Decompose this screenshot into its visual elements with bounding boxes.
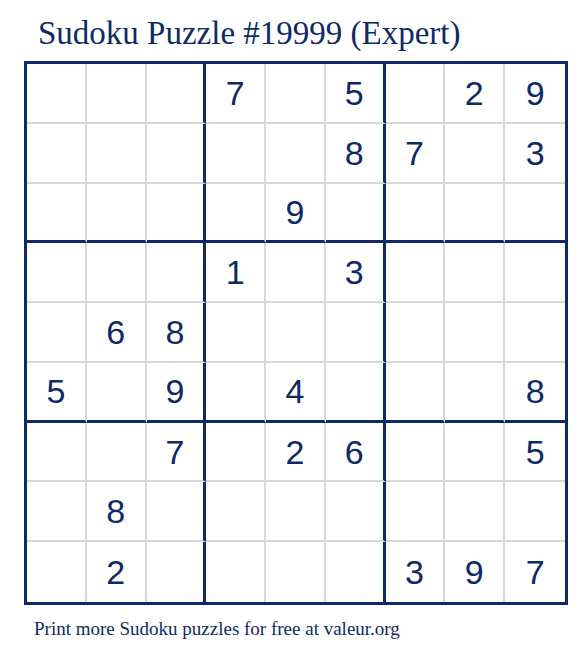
cell-r6c1: 5	[27, 363, 87, 423]
cell-r4c6: 3	[326, 243, 386, 303]
cell-r4c8	[445, 243, 505, 303]
cell-r5c9	[505, 303, 565, 363]
cell-r1c5	[266, 64, 326, 124]
cell-r3c3	[147, 184, 207, 244]
cell-r1c1	[27, 64, 87, 124]
cell-r1c7	[386, 64, 446, 124]
cell-r8c8	[445, 482, 505, 542]
cell-r9c5	[266, 542, 326, 602]
footer-text: Print more Sudoku puzzles for free at va…	[34, 618, 400, 640]
cell-r4c9	[505, 243, 565, 303]
cell-r7c8	[445, 423, 505, 483]
cell-r5c7	[386, 303, 446, 363]
cell-r9c6	[326, 542, 386, 602]
cell-r6c3: 9	[147, 363, 207, 423]
cell-r7c3: 7	[147, 423, 207, 483]
cell-r9c7: 3	[386, 542, 446, 602]
cell-r7c1	[27, 423, 87, 483]
cell-r3c9	[505, 184, 565, 244]
cell-r1c9: 9	[505, 64, 565, 124]
cell-r7c2	[87, 423, 147, 483]
cell-r2c9: 3	[505, 124, 565, 184]
cell-r8c6	[326, 482, 386, 542]
sudoku-board: 7529873913685948726582397	[24, 61, 568, 605]
cell-r6c7	[386, 363, 446, 423]
cell-r4c5	[266, 243, 326, 303]
cell-r1c2	[87, 64, 147, 124]
cell-r6c2	[87, 363, 147, 423]
cell-r8c5	[266, 482, 326, 542]
cell-r5c1	[27, 303, 87, 363]
cell-r5c8	[445, 303, 505, 363]
cell-r8c7	[386, 482, 446, 542]
cell-r4c4: 1	[206, 243, 266, 303]
cell-r7c4	[206, 423, 266, 483]
cell-r8c2: 8	[87, 482, 147, 542]
page-title: Sudoku Puzzle #19999 (Expert)	[38, 15, 461, 51]
cell-r5c4	[206, 303, 266, 363]
cell-r1c8: 2	[445, 64, 505, 124]
cell-r9c1	[27, 542, 87, 602]
cell-r4c2	[87, 243, 147, 303]
cell-r8c9	[505, 482, 565, 542]
cell-r7c6: 6	[326, 423, 386, 483]
cell-r2c2	[87, 124, 147, 184]
cell-r2c3	[147, 124, 207, 184]
cell-r9c3	[147, 542, 207, 602]
cell-r3c4	[206, 184, 266, 244]
cell-r4c7	[386, 243, 446, 303]
cell-r5c6	[326, 303, 386, 363]
cell-r9c4	[206, 542, 266, 602]
cell-r4c1	[27, 243, 87, 303]
cell-r3c2	[87, 184, 147, 244]
cell-r7c9: 5	[505, 423, 565, 483]
cell-r3c5: 9	[266, 184, 326, 244]
cell-r2c4	[206, 124, 266, 184]
cell-r5c2: 6	[87, 303, 147, 363]
cell-r8c4	[206, 482, 266, 542]
cell-r3c6	[326, 184, 386, 244]
cell-r2c7: 7	[386, 124, 446, 184]
cell-r8c3	[147, 482, 207, 542]
cell-r6c6	[326, 363, 386, 423]
cell-r9c9: 7	[505, 542, 565, 602]
cell-r2c1	[27, 124, 87, 184]
cell-r1c4: 7	[206, 64, 266, 124]
cell-r8c1	[27, 482, 87, 542]
cell-r6c8	[445, 363, 505, 423]
cell-r6c9: 8	[505, 363, 565, 423]
sudoku-page: Sudoku Puzzle #19999 (Expert) 7529873913…	[0, 0, 580, 651]
cell-r3c8	[445, 184, 505, 244]
cell-r2c6: 8	[326, 124, 386, 184]
cell-r6c5: 4	[266, 363, 326, 423]
cell-r9c2: 2	[87, 542, 147, 602]
cell-r4c3	[147, 243, 207, 303]
cell-r6c4	[206, 363, 266, 423]
cell-r2c5	[266, 124, 326, 184]
cell-r3c7	[386, 184, 446, 244]
cell-r1c6: 5	[326, 64, 386, 124]
cell-r1c3	[147, 64, 207, 124]
cell-r3c1	[27, 184, 87, 244]
cell-r7c5: 2	[266, 423, 326, 483]
cell-r2c8	[445, 124, 505, 184]
cell-r5c3: 8	[147, 303, 207, 363]
cell-r9c8: 9	[445, 542, 505, 602]
cell-r5c5	[266, 303, 326, 363]
cell-r7c7	[386, 423, 446, 483]
